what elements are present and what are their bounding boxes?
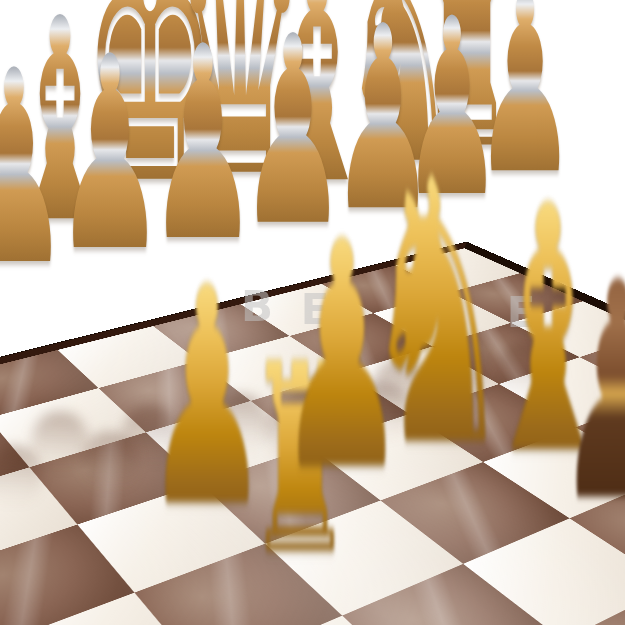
pieces-layer: ♝♚♛♝♞♜♟♟♟♟♟♟♟♟♜♟♞♝♟ xyxy=(0,0,625,625)
product-photo-stage: BEE ♝♚♛♝♞♜♟♟♟♟♟♟♟♟♜♟♞♝♟ xyxy=(0,0,625,625)
gold-pawn: ♟ xyxy=(556,244,625,543)
